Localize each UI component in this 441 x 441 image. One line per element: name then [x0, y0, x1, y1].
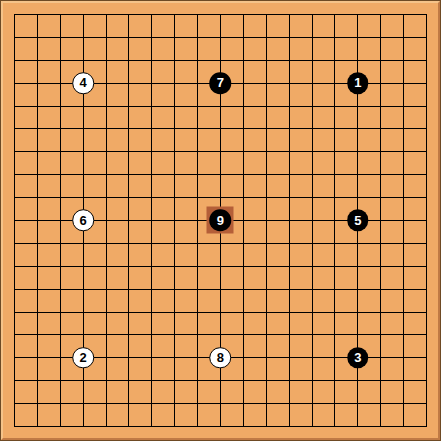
- board-intersection[interactable]: [49, 346, 72, 369]
- board-intersection[interactable]: [255, 324, 278, 347]
- board-intersection[interactable]: [140, 140, 163, 163]
- board-intersection[interactable]: [346, 301, 369, 324]
- board-intersection[interactable]: [255, 232, 278, 255]
- board-intersection[interactable]: [186, 117, 209, 140]
- board-intersection[interactable]: [392, 209, 415, 232]
- board-intersection[interactable]: [95, 301, 118, 324]
- board-intersection[interactable]: [278, 72, 301, 95]
- board-intersection[interactable]: [278, 49, 301, 72]
- board-intersection[interactable]: [415, 301, 438, 324]
- board-intersection[interactable]: [278, 26, 301, 49]
- board-intersection[interactable]: [26, 301, 49, 324]
- board-intersection[interactable]: [232, 26, 255, 49]
- board-intersection[interactable]: [324, 415, 347, 438]
- board-intersection[interactable]: [72, 324, 95, 347]
- board-intersection[interactable]: [26, 392, 49, 415]
- board-intersection[interactable]: [324, 163, 347, 186]
- board-intersection[interactable]: [95, 49, 118, 72]
- board-intersection[interactable]: [3, 140, 26, 163]
- board-intersection[interactable]: [209, 95, 232, 118]
- board-intersection[interactable]: [346, 49, 369, 72]
- board-intersection[interactable]: [3, 49, 26, 72]
- board-intersection[interactable]: [140, 255, 163, 278]
- board-intersection[interactable]: [209, 278, 232, 301]
- board-intersection[interactable]: [369, 346, 392, 369]
- board-intersection[interactable]: [49, 49, 72, 72]
- board-intersection[interactable]: [117, 415, 140, 438]
- board-intersection[interactable]: [415, 255, 438, 278]
- board-intersection[interactable]: [324, 117, 347, 140]
- board-intersection[interactable]: 7: [209, 72, 232, 95]
- board-intersection[interactable]: [301, 186, 324, 209]
- board-intersection[interactable]: [301, 26, 324, 49]
- board-intersection[interactable]: [392, 3, 415, 26]
- board-intersection[interactable]: [392, 49, 415, 72]
- board-intersection[interactable]: [324, 346, 347, 369]
- board-intersection[interactable]: [72, 186, 95, 209]
- board-intersection[interactable]: [3, 117, 26, 140]
- board-intersection[interactable]: [49, 117, 72, 140]
- board-intersection[interactable]: [26, 209, 49, 232]
- board-intersection[interactable]: [324, 95, 347, 118]
- board-intersection[interactable]: [415, 72, 438, 95]
- board-intersection[interactable]: [392, 117, 415, 140]
- board-intersection[interactable]: [346, 232, 369, 255]
- board-intersection[interactable]: [278, 209, 301, 232]
- board-intersection[interactable]: [140, 369, 163, 392]
- board-intersection[interactable]: [369, 369, 392, 392]
- board-intersection[interactable]: [369, 209, 392, 232]
- board-intersection[interactable]: [117, 209, 140, 232]
- board-intersection[interactable]: [72, 255, 95, 278]
- board-intersection[interactable]: [278, 415, 301, 438]
- board-intersection[interactable]: [278, 232, 301, 255]
- board-intersection[interactable]: [163, 415, 186, 438]
- board-intersection[interactable]: [415, 3, 438, 26]
- board-intersection[interactable]: [49, 278, 72, 301]
- board-intersection[interactable]: [301, 278, 324, 301]
- board-intersection[interactable]: [255, 255, 278, 278]
- board-intersection[interactable]: [140, 186, 163, 209]
- board-intersection[interactable]: [163, 346, 186, 369]
- board-intersection[interactable]: [209, 415, 232, 438]
- board-intersection[interactable]: [95, 255, 118, 278]
- board-intersection[interactable]: [324, 301, 347, 324]
- board-intersection[interactable]: [369, 140, 392, 163]
- board-intersection[interactable]: [209, 232, 232, 255]
- board-intersection[interactable]: [209, 3, 232, 26]
- board-intersection[interactable]: [49, 140, 72, 163]
- board-intersection[interactable]: [415, 95, 438, 118]
- board-intersection[interactable]: [346, 3, 369, 26]
- board-intersection[interactable]: [95, 232, 118, 255]
- board-intersection[interactable]: [49, 255, 72, 278]
- board-intersection[interactable]: [49, 301, 72, 324]
- board-intersection[interactable]: [369, 163, 392, 186]
- board-intersection[interactable]: [3, 26, 26, 49]
- board-intersection[interactable]: [209, 301, 232, 324]
- board-intersection[interactable]: [117, 117, 140, 140]
- board-intersection[interactable]: [186, 209, 209, 232]
- board-intersection[interactable]: [117, 140, 140, 163]
- board-intersection[interactable]: 4: [72, 72, 95, 95]
- board-intersection[interactable]: [163, 301, 186, 324]
- board-intersection[interactable]: [72, 117, 95, 140]
- board-intersection[interactable]: [255, 346, 278, 369]
- board-intersection[interactable]: [369, 232, 392, 255]
- board-intersection[interactable]: [232, 140, 255, 163]
- board-intersection[interactable]: [3, 392, 26, 415]
- board-intersection[interactable]: [3, 209, 26, 232]
- board-intersection[interactable]: 5: [346, 209, 369, 232]
- board-intersection[interactable]: [163, 232, 186, 255]
- board-intersection[interactable]: 3: [346, 346, 369, 369]
- board-intersection[interactable]: [278, 163, 301, 186]
- board-intersection[interactable]: [278, 255, 301, 278]
- board-intersection[interactable]: [95, 346, 118, 369]
- board-intersection[interactable]: [209, 369, 232, 392]
- board-intersection[interactable]: [415, 140, 438, 163]
- board-intersection[interactable]: [95, 140, 118, 163]
- board-intersection[interactable]: [72, 301, 95, 324]
- board-intersection[interactable]: [392, 255, 415, 278]
- board-intersection[interactable]: 1: [346, 72, 369, 95]
- board-intersection[interactable]: [49, 163, 72, 186]
- board-intersection[interactable]: [415, 278, 438, 301]
- board-intersection[interactable]: [255, 415, 278, 438]
- board-intersection[interactable]: [163, 26, 186, 49]
- board-intersection[interactable]: [117, 278, 140, 301]
- board-intersection[interactable]: [26, 255, 49, 278]
- board-intersection[interactable]: [301, 232, 324, 255]
- board-intersection[interactable]: [301, 324, 324, 347]
- board-intersection[interactable]: [255, 209, 278, 232]
- board-intersection[interactable]: [26, 140, 49, 163]
- board-intersection[interactable]: [301, 301, 324, 324]
- board-intersection[interactable]: [278, 324, 301, 347]
- board-intersection[interactable]: [140, 346, 163, 369]
- board-intersection[interactable]: [392, 346, 415, 369]
- board-intersection[interactable]: [232, 324, 255, 347]
- board-intersection[interactable]: [186, 49, 209, 72]
- board-intersection[interactable]: [140, 415, 163, 438]
- board-intersection[interactable]: [209, 117, 232, 140]
- board-intersection[interactable]: [232, 163, 255, 186]
- board-intersection[interactable]: [209, 26, 232, 49]
- board-intersection[interactable]: [346, 95, 369, 118]
- board-intersection[interactable]: [163, 95, 186, 118]
- board-intersection[interactable]: [186, 186, 209, 209]
- board-intersection[interactable]: [232, 72, 255, 95]
- board-intersection[interactable]: [117, 72, 140, 95]
- board-intersection[interactable]: [278, 95, 301, 118]
- board-intersection[interactable]: [209, 163, 232, 186]
- board-intersection[interactable]: [26, 26, 49, 49]
- board-intersection[interactable]: [49, 95, 72, 118]
- board-intersection[interactable]: [72, 3, 95, 26]
- board-intersection[interactable]: [95, 163, 118, 186]
- board-intersection[interactable]: [163, 49, 186, 72]
- board-intersection[interactable]: [346, 163, 369, 186]
- board-intersection[interactable]: [3, 255, 26, 278]
- board-intersection[interactable]: [255, 95, 278, 118]
- board-intersection[interactable]: [369, 3, 392, 26]
- board-intersection[interactable]: [232, 49, 255, 72]
- board-intersection[interactable]: [392, 392, 415, 415]
- board-intersection[interactable]: [140, 163, 163, 186]
- board-intersection[interactable]: [140, 392, 163, 415]
- board-intersection[interactable]: [392, 369, 415, 392]
- board-intersection[interactable]: [26, 72, 49, 95]
- board-intersection[interactable]: [163, 140, 186, 163]
- board-intersection[interactable]: [324, 278, 347, 301]
- board-intersection[interactable]: [255, 392, 278, 415]
- board-intersection[interactable]: [369, 301, 392, 324]
- board-intersection[interactable]: [26, 415, 49, 438]
- board-intersection[interactable]: [26, 324, 49, 347]
- board-intersection[interactable]: [232, 392, 255, 415]
- board-intersection[interactable]: [49, 324, 72, 347]
- board-intersection[interactable]: [415, 415, 438, 438]
- board-intersection[interactable]: [26, 232, 49, 255]
- board-intersection[interactable]: [140, 3, 163, 26]
- board-intersection[interactable]: [72, 392, 95, 415]
- board-intersection[interactable]: [278, 3, 301, 26]
- board-intersection[interactable]: [117, 163, 140, 186]
- board-intersection[interactable]: [278, 186, 301, 209]
- board-intersection[interactable]: [140, 72, 163, 95]
- board-intersection[interactable]: [369, 95, 392, 118]
- board-intersection[interactable]: [301, 117, 324, 140]
- board-intersection[interactable]: [163, 186, 186, 209]
- board-intersection[interactable]: [209, 392, 232, 415]
- board-intersection[interactable]: [324, 324, 347, 347]
- board-intersection[interactable]: [415, 163, 438, 186]
- board-intersection[interactable]: [324, 49, 347, 72]
- board-intersection[interactable]: [255, 140, 278, 163]
- board-intersection[interactable]: [324, 140, 347, 163]
- board-intersection[interactable]: [140, 117, 163, 140]
- board-intersection[interactable]: [301, 140, 324, 163]
- board-intersection[interactable]: [117, 324, 140, 347]
- board-intersection[interactable]: [117, 255, 140, 278]
- board-intersection[interactable]: [3, 163, 26, 186]
- board-intersection[interactable]: [186, 140, 209, 163]
- board-intersection[interactable]: [95, 186, 118, 209]
- board-intersection[interactable]: [392, 26, 415, 49]
- board-intersection[interactable]: [3, 72, 26, 95]
- board-intersection[interactable]: [392, 415, 415, 438]
- board-intersection[interactable]: [415, 49, 438, 72]
- board-intersection[interactable]: [346, 324, 369, 347]
- board-intersection[interactable]: [117, 95, 140, 118]
- board-intersection[interactable]: [140, 26, 163, 49]
- board-intersection[interactable]: [3, 369, 26, 392]
- board-intersection[interactable]: [301, 369, 324, 392]
- board-intersection[interactable]: [369, 392, 392, 415]
- board-intersection[interactable]: [186, 26, 209, 49]
- board-intersection[interactable]: [209, 186, 232, 209]
- board-intersection[interactable]: [3, 301, 26, 324]
- board-intersection[interactable]: [232, 301, 255, 324]
- board-intersection[interactable]: [3, 95, 26, 118]
- board-intersection[interactable]: [278, 140, 301, 163]
- board-intersection[interactable]: [324, 255, 347, 278]
- board-intersection[interactable]: [369, 26, 392, 49]
- board-intersection[interactable]: [415, 392, 438, 415]
- board-intersection[interactable]: [140, 95, 163, 118]
- board-intersection[interactable]: [3, 415, 26, 438]
- board-intersection[interactable]: [232, 3, 255, 26]
- board-intersection[interactable]: [186, 324, 209, 347]
- board-intersection[interactable]: [186, 392, 209, 415]
- board-intersection[interactable]: [255, 72, 278, 95]
- board-intersection[interactable]: 9: [209, 209, 232, 232]
- board-intersection[interactable]: [255, 3, 278, 26]
- board-intersection[interactable]: [415, 324, 438, 347]
- board-intersection[interactable]: [95, 3, 118, 26]
- board-intersection[interactable]: [301, 3, 324, 26]
- board-intersection[interactable]: [163, 72, 186, 95]
- board-intersection[interactable]: [117, 301, 140, 324]
- board-intersection[interactable]: [95, 117, 118, 140]
- board-intersection[interactable]: [186, 163, 209, 186]
- board-intersection[interactable]: [232, 278, 255, 301]
- board-intersection[interactable]: [232, 186, 255, 209]
- board-intersection[interactable]: [72, 140, 95, 163]
- board-intersection[interactable]: [72, 26, 95, 49]
- board-intersection[interactable]: [49, 3, 72, 26]
- board-intersection[interactable]: [117, 232, 140, 255]
- board-intersection[interactable]: [49, 186, 72, 209]
- board-intersection[interactable]: [392, 140, 415, 163]
- board-intersection[interactable]: [49, 72, 72, 95]
- board-intersection[interactable]: [392, 95, 415, 118]
- board-intersection[interactable]: [186, 232, 209, 255]
- board-intersection[interactable]: [278, 346, 301, 369]
- board-intersection[interactable]: [324, 392, 347, 415]
- board-intersection[interactable]: [346, 140, 369, 163]
- board-intersection[interactable]: [209, 49, 232, 72]
- board-intersection[interactable]: [392, 278, 415, 301]
- board-intersection[interactable]: [415, 232, 438, 255]
- board-intersection[interactable]: [392, 163, 415, 186]
- board-intersection[interactable]: [186, 278, 209, 301]
- board-intersection[interactable]: 8: [209, 346, 232, 369]
- board-intersection[interactable]: [346, 117, 369, 140]
- board-intersection[interactable]: [49, 209, 72, 232]
- board-intersection[interactable]: [3, 186, 26, 209]
- board-intersection[interactable]: [3, 278, 26, 301]
- board-intersection[interactable]: [209, 140, 232, 163]
- board-intersection[interactable]: [301, 392, 324, 415]
- board-intersection[interactable]: [415, 209, 438, 232]
- board-intersection[interactable]: [26, 95, 49, 118]
- board-intersection[interactable]: [26, 49, 49, 72]
- board-intersection[interactable]: [232, 209, 255, 232]
- board-intersection[interactable]: [232, 117, 255, 140]
- board-intersection[interactable]: [163, 255, 186, 278]
- board-intersection[interactable]: [163, 324, 186, 347]
- board-intersection[interactable]: [324, 3, 347, 26]
- board-intersection[interactable]: [415, 117, 438, 140]
- board-intersection[interactable]: [369, 49, 392, 72]
- board-intersection[interactable]: [346, 26, 369, 49]
- board-intersection[interactable]: [49, 415, 72, 438]
- board-intersection[interactable]: [26, 346, 49, 369]
- board-intersection[interactable]: [26, 3, 49, 26]
- board-intersection[interactable]: [209, 255, 232, 278]
- board-intersection[interactable]: 6: [72, 209, 95, 232]
- board-intersection[interactable]: [324, 369, 347, 392]
- board-intersection[interactable]: [72, 278, 95, 301]
- board-intersection[interactable]: [163, 3, 186, 26]
- board-intersection[interactable]: [278, 392, 301, 415]
- board-intersection[interactable]: [163, 209, 186, 232]
- board-intersection[interactable]: [3, 3, 26, 26]
- board-intersection[interactable]: [346, 415, 369, 438]
- board-intersection[interactable]: [26, 163, 49, 186]
- board-intersection[interactable]: [186, 3, 209, 26]
- board-intersection[interactable]: [369, 72, 392, 95]
- board-intersection[interactable]: [186, 72, 209, 95]
- board-intersection[interactable]: [278, 278, 301, 301]
- board-intersection[interactable]: [26, 369, 49, 392]
- board-intersection[interactable]: [301, 255, 324, 278]
- board-intersection[interactable]: [346, 186, 369, 209]
- board-intersection[interactable]: [369, 255, 392, 278]
- board-intersection[interactable]: [232, 369, 255, 392]
- board-intersection[interactable]: [140, 232, 163, 255]
- board-intersection[interactable]: [369, 278, 392, 301]
- board-intersection[interactable]: [95, 392, 118, 415]
- board-intersection[interactable]: [140, 49, 163, 72]
- board-intersection[interactable]: [324, 209, 347, 232]
- board-intersection[interactable]: [278, 117, 301, 140]
- board-intersection[interactable]: [95, 415, 118, 438]
- board-intersection[interactable]: [324, 26, 347, 49]
- board-intersection[interactable]: [346, 255, 369, 278]
- board-intersection[interactable]: [392, 72, 415, 95]
- board-intersection[interactable]: [301, 95, 324, 118]
- board-intersection[interactable]: [186, 301, 209, 324]
- board-intersection[interactable]: [72, 163, 95, 186]
- board-intersection[interactable]: [255, 186, 278, 209]
- board-intersection[interactable]: [117, 186, 140, 209]
- board-intersection[interactable]: [95, 72, 118, 95]
- board-intersection[interactable]: [346, 369, 369, 392]
- board-intersection[interactable]: [186, 95, 209, 118]
- board-intersection[interactable]: [117, 392, 140, 415]
- board-intersection[interactable]: [255, 278, 278, 301]
- board-intersection[interactable]: [140, 278, 163, 301]
- board-intersection[interactable]: [72, 232, 95, 255]
- board-intersection[interactable]: [392, 186, 415, 209]
- board-intersection[interactable]: [95, 95, 118, 118]
- board-intersection[interactable]: [3, 232, 26, 255]
- board-intersection[interactable]: [392, 232, 415, 255]
- board-intersection[interactable]: [415, 369, 438, 392]
- board-intersection[interactable]: [3, 324, 26, 347]
- board-intersection[interactable]: [369, 117, 392, 140]
- board-intersection[interactable]: [95, 26, 118, 49]
- board-intersection[interactable]: [26, 278, 49, 301]
- board-intersection[interactable]: [117, 369, 140, 392]
- board-intersection[interactable]: [117, 26, 140, 49]
- board-intersection[interactable]: [232, 346, 255, 369]
- board-intersection[interactable]: [232, 255, 255, 278]
- board-intersection[interactable]: [95, 278, 118, 301]
